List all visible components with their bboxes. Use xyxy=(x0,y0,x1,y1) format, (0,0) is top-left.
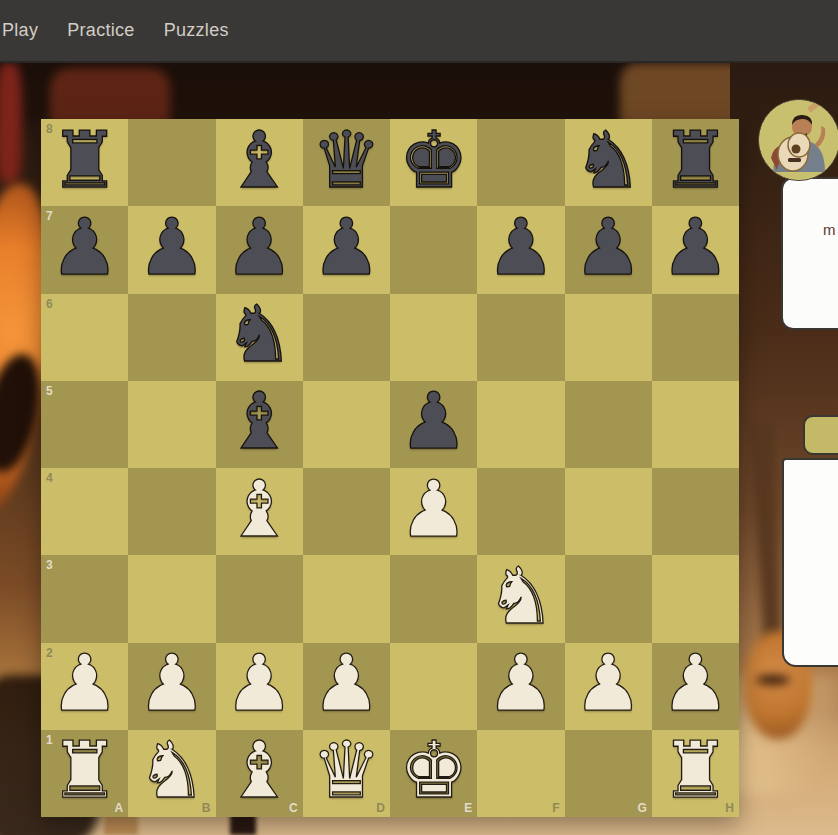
rank-label-7: 7 xyxy=(46,210,53,222)
square-b2[interactable]: ♟ xyxy=(128,643,215,730)
square-f1[interactable]: F xyxy=(477,730,564,817)
square-c3[interactable] xyxy=(216,555,303,642)
piece-white-pawn[interactable]: ♟ xyxy=(50,644,120,722)
square-a2[interactable]: ♟2 xyxy=(41,643,128,730)
piece-black-pawn[interactable]: ♟ xyxy=(50,208,120,286)
square-a7[interactable]: ♟7 xyxy=(41,206,128,293)
file-label-a: A xyxy=(115,802,124,814)
square-g3[interactable] xyxy=(565,555,652,642)
piece-black-queen[interactable]: ♛ xyxy=(311,121,381,199)
square-b7[interactable]: ♟ xyxy=(128,206,215,293)
guitarist-avatar-icon xyxy=(759,100,838,180)
square-e5[interactable]: ♟ xyxy=(390,381,477,468)
square-f3[interactable]: ♞ xyxy=(477,555,564,642)
square-e8[interactable]: ♚ xyxy=(390,119,477,206)
file-label-f: F xyxy=(552,802,559,814)
square-b3[interactable] xyxy=(128,555,215,642)
square-g7[interactable]: ♟ xyxy=(565,206,652,293)
square-b5[interactable] xyxy=(128,381,215,468)
square-a4[interactable]: 4 xyxy=(41,468,128,555)
square-f6[interactable] xyxy=(477,294,564,381)
square-e7[interactable] xyxy=(390,206,477,293)
square-a1[interactable]: ♜1A xyxy=(41,730,128,817)
square-a5[interactable]: 5 xyxy=(41,381,128,468)
square-b8[interactable] xyxy=(128,119,215,206)
square-d3[interactable] xyxy=(303,555,390,642)
piece-black-rook[interactable]: ♜ xyxy=(50,121,120,199)
piece-white-pawn[interactable]: ♟ xyxy=(224,644,294,722)
chess-board[interactable]: ♜8♝♛♚♞♜♟7♟♟♟♟♟♟6♞5♝♟4♝♟3♞♟2♟♟♟♟♟♟♜1A♞B♝C… xyxy=(41,119,739,817)
square-c2[interactable]: ♟ xyxy=(216,643,303,730)
piece-black-pawn[interactable]: ♟ xyxy=(137,208,207,286)
user-avatar[interactable] xyxy=(758,99,838,181)
nav-item-puzzles[interactable]: Puzzles xyxy=(164,20,229,41)
square-g8[interactable]: ♞ xyxy=(565,119,652,206)
square-f4[interactable] xyxy=(477,468,564,555)
square-d8[interactable]: ♛ xyxy=(303,119,390,206)
square-d7[interactable]: ♟ xyxy=(303,206,390,293)
piece-white-pawn[interactable]: ♟ xyxy=(573,644,643,722)
piece-black-bishop[interactable]: ♝ xyxy=(224,382,294,460)
square-h4[interactable] xyxy=(652,468,739,555)
square-a6[interactable]: 6 xyxy=(41,294,128,381)
square-f5[interactable] xyxy=(477,381,564,468)
piece-white-pawn[interactable]: ♟ xyxy=(660,644,730,722)
square-f2[interactable]: ♟ xyxy=(477,643,564,730)
square-c4[interactable]: ♝ xyxy=(216,468,303,555)
side-panel xyxy=(782,458,838,667)
square-e2[interactable] xyxy=(390,643,477,730)
rank-label-4: 4 xyxy=(46,472,53,484)
square-h2[interactable]: ♟ xyxy=(652,643,739,730)
piece-white-pawn[interactable]: ♟ xyxy=(311,644,381,722)
piece-white-pawn[interactable]: ♟ xyxy=(137,644,207,722)
square-h3[interactable] xyxy=(652,555,739,642)
piece-white-pawn[interactable]: ♟ xyxy=(399,470,469,548)
square-g5[interactable] xyxy=(565,381,652,468)
square-c6[interactable]: ♞ xyxy=(216,294,303,381)
square-e3[interactable] xyxy=(390,555,477,642)
square-c7[interactable]: ♟ xyxy=(216,206,303,293)
square-h7[interactable]: ♟ xyxy=(652,206,739,293)
piece-black-pawn[interactable]: ♟ xyxy=(573,208,643,286)
rank-label-5: 5 xyxy=(46,385,53,397)
piece-white-bishop[interactable]: ♝ xyxy=(224,731,294,809)
file-label-d: D xyxy=(376,802,385,814)
piece-black-knight[interactable]: ♞ xyxy=(573,121,643,199)
square-c5[interactable]: ♝ xyxy=(216,381,303,468)
square-b6[interactable] xyxy=(128,294,215,381)
square-c1[interactable]: ♝C xyxy=(216,730,303,817)
user-info-panel: m xyxy=(781,177,838,330)
square-g2[interactable]: ♟ xyxy=(565,643,652,730)
piece-black-pawn[interactable]: ♟ xyxy=(224,208,294,286)
square-e1[interactable]: ♚E xyxy=(390,730,477,817)
file-label-e: E xyxy=(464,802,472,814)
piece-white-bishop[interactable]: ♝ xyxy=(224,470,294,548)
piece-black-pawn[interactable]: ♟ xyxy=(399,382,469,460)
square-e4[interactable]: ♟ xyxy=(390,468,477,555)
piece-black-pawn[interactable]: ♟ xyxy=(660,208,730,286)
side-panel-tab[interactable] xyxy=(803,415,838,455)
square-h6[interactable] xyxy=(652,294,739,381)
piece-black-pawn[interactable]: ♟ xyxy=(486,208,556,286)
rank-label-6: 6 xyxy=(46,298,53,310)
square-a3[interactable]: 3 xyxy=(41,555,128,642)
piece-black-king[interactable]: ♚ xyxy=(399,121,469,199)
square-d6[interactable] xyxy=(303,294,390,381)
square-d2[interactable]: ♟ xyxy=(303,643,390,730)
rank-label-1: 1 xyxy=(46,734,53,746)
rank-label-2: 2 xyxy=(46,647,53,659)
piece-white-pawn[interactable]: ♟ xyxy=(486,644,556,722)
piece-white-queen[interactable]: ♛ xyxy=(311,731,381,809)
piece-white-knight[interactable]: ♞ xyxy=(137,731,207,809)
file-label-g: G xyxy=(637,802,646,814)
square-d1[interactable]: ♛D xyxy=(303,730,390,817)
square-g1[interactable]: G xyxy=(565,730,652,817)
square-h5[interactable] xyxy=(652,381,739,468)
square-b1[interactable]: ♞B xyxy=(128,730,215,817)
square-g6[interactable] xyxy=(565,294,652,381)
rank-label-3: 3 xyxy=(46,559,53,571)
nav-item-play[interactable]: Play xyxy=(2,20,38,41)
square-h8[interactable]: ♜ xyxy=(652,119,739,206)
guitar-right-detail xyxy=(756,675,790,685)
file-label-c: C xyxy=(289,802,298,814)
piece-white-rook[interactable]: ♜ xyxy=(660,731,730,809)
square-c8[interactable]: ♝ xyxy=(216,119,303,206)
square-d5[interactable] xyxy=(303,381,390,468)
piece-white-rook[interactable]: ♜ xyxy=(50,731,120,809)
nav-item-practice[interactable]: Practice xyxy=(67,20,134,41)
user-info-text: m xyxy=(823,221,836,238)
top-navbar: Play Practice Puzzles xyxy=(0,0,838,63)
square-e6[interactable] xyxy=(390,294,477,381)
file-label-h: H xyxy=(725,802,734,814)
square-f8[interactable] xyxy=(477,119,564,206)
piece-white-king[interactable]: ♚ xyxy=(399,731,469,809)
square-h1[interactable]: ♜H xyxy=(652,730,739,817)
page: Play Practice Puzzles ♜8♝♛♚♞♜♟7♟♟♟♟♟♟6♞5… xyxy=(0,0,838,835)
square-b4[interactable] xyxy=(128,468,215,555)
file-label-b: B xyxy=(202,802,211,814)
square-a8[interactable]: ♜8 xyxy=(41,119,128,206)
piece-white-knight[interactable]: ♞ xyxy=(486,557,556,635)
rank-label-8: 8 xyxy=(46,123,53,135)
square-f7[interactable]: ♟ xyxy=(477,206,564,293)
square-g4[interactable] xyxy=(565,468,652,555)
piece-black-knight[interactable]: ♞ xyxy=(224,295,294,373)
piece-black-rook[interactable]: ♜ xyxy=(660,121,730,199)
piece-black-bishop[interactable]: ♝ xyxy=(224,121,294,199)
square-d4[interactable] xyxy=(303,468,390,555)
background-shape xyxy=(0,63,22,183)
piece-black-pawn[interactable]: ♟ xyxy=(311,208,381,286)
